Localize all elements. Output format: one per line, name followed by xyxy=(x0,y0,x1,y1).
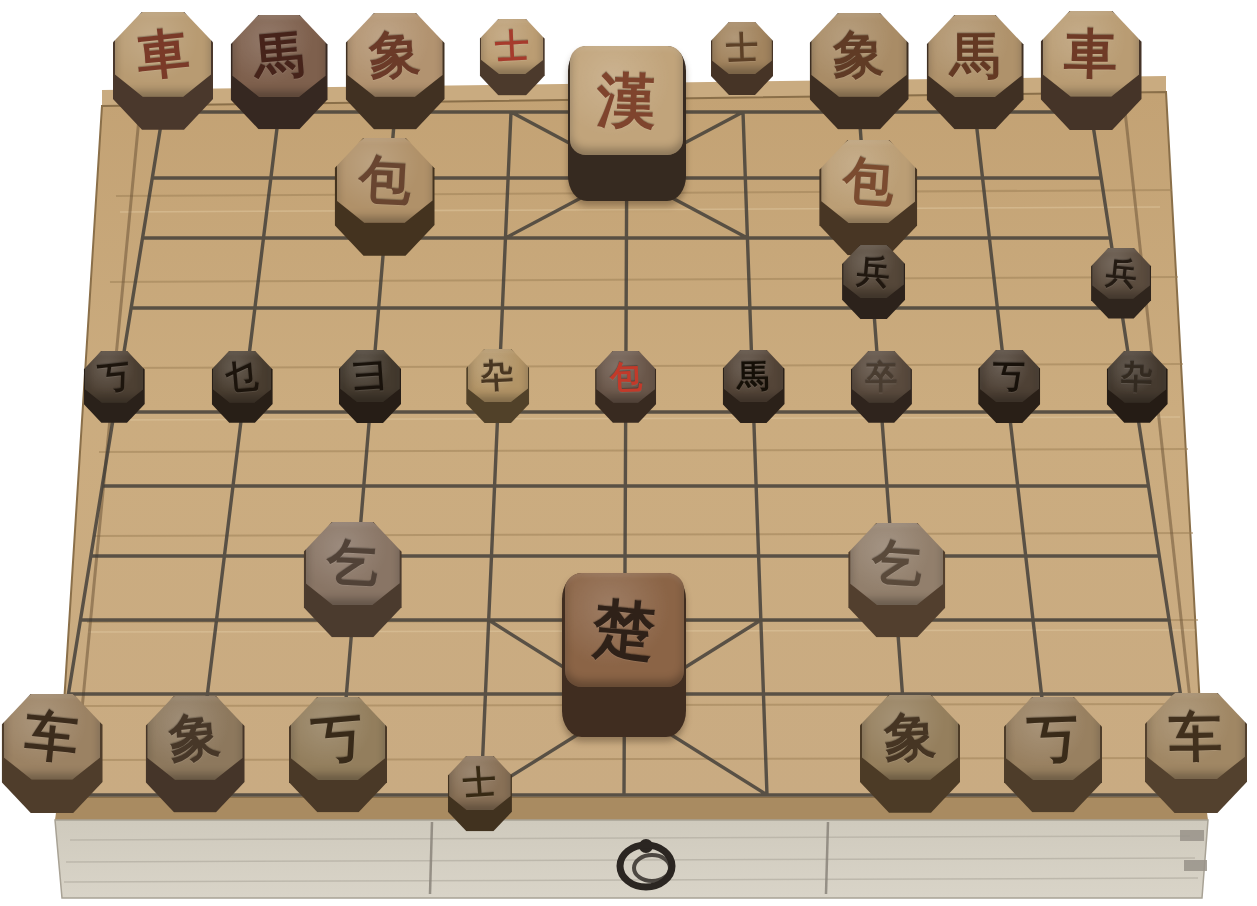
piece-cho-chariot-a10[interactable]: 车 xyxy=(2,694,103,813)
piece-cho-general-e9[interactable]: 楚 xyxy=(562,573,686,737)
piece-glyph-chariot: 车 xyxy=(23,707,81,765)
piece-cho-soldier-c5[interactable]: 彐 xyxy=(339,350,401,423)
piece-cho-soldier-i5[interactable]: 卆 xyxy=(1107,351,1168,423)
piece-glyph-cannon: 乞 xyxy=(870,537,923,590)
piece-glyph-general: 楚 xyxy=(591,597,658,664)
piece-cho-chariot-i10[interactable]: 车 xyxy=(1145,693,1247,813)
piece-glyph-guard: 士 xyxy=(494,29,530,65)
piece-top-face: 楚 xyxy=(565,573,684,688)
piece-glyph-elephant: 象 xyxy=(167,710,223,766)
piece-glyph-chariot: 车 xyxy=(1169,709,1223,763)
piece-han-soldier-i4[interactable]: 兵 xyxy=(1091,248,1151,319)
piece-cho-soldier-h5[interactable]: 丂 xyxy=(978,350,1040,423)
piece-glyph-horse: 馬 xyxy=(252,29,306,83)
piece-han-elephant-g1[interactable]: 象 xyxy=(810,13,909,130)
piece-cho-horse-c10[interactable]: 丂 xyxy=(289,697,387,813)
piece-glyph-soldier: 卒 xyxy=(865,361,897,393)
piece-glyph-elephant: 象 xyxy=(883,710,938,765)
piece-glyph-soldier: 乜 xyxy=(225,359,260,394)
piece-glyph-chariot: 車 xyxy=(1064,27,1118,81)
piece-glyph-cannon: 乞 xyxy=(326,536,380,590)
piece-glyph-cannon: 包 xyxy=(609,360,642,393)
piece-han-chariot-i1[interactable]: 車 xyxy=(1041,11,1142,130)
piece-cho-cannon-c8[interactable]: 乞 xyxy=(304,522,402,638)
piece-han-cannon-e5[interactable]: 包 xyxy=(595,351,656,423)
piece-han-elephant-c1[interactable]: 象 xyxy=(346,13,445,130)
piece-han-cannon-g3[interactable]: 包 xyxy=(819,140,917,256)
piece-glyph-guard: 士 xyxy=(462,765,497,800)
piece-han-guard-d1[interactable]: 士 xyxy=(480,19,545,96)
piece-glyph-soldier: 兵 xyxy=(856,254,892,290)
piece-glyph-horse: 馬 xyxy=(737,360,770,393)
piece-glyph-horse: 丂 xyxy=(1027,712,1080,765)
piece-glyph-soldier: 卆 xyxy=(480,358,515,393)
piece-glyph-horse: 丂 xyxy=(310,711,365,766)
piece-cho-guard-d10[interactable]: 士 xyxy=(448,756,512,832)
piece-top-face: 漢 xyxy=(570,46,683,155)
piece-han-general-e2[interactable]: 漢 xyxy=(568,46,686,202)
piece-han-cannon-c3[interactable]: 包 xyxy=(335,138,435,256)
piece-han-soldier-g4[interactable]: 兵 xyxy=(842,245,905,319)
piece-cho-soldier-a5[interactable]: 丂 xyxy=(84,351,145,423)
janggi-photo-stage: 車馬象士士象馬車漢包包兵兵丂乜彐卆包馬卒丂卆乞乞楚车象丂士象丂车 xyxy=(0,0,1257,906)
piece-cho-soldier-g5[interactable]: 卒 xyxy=(851,351,912,423)
piece-glyph-soldier: 兵 xyxy=(1104,256,1138,290)
piece-glyph-soldier: 卆 xyxy=(1121,360,1154,393)
piece-glyph-cannon: 包 xyxy=(357,153,412,208)
piece-glyph-elephant: 象 xyxy=(833,29,885,81)
piece-cho-horse-h10[interactable]: 丂 xyxy=(1004,697,1102,813)
piece-glyph-soldier: 彐 xyxy=(353,359,387,393)
piece-cho-elephant-g10[interactable]: 象 xyxy=(860,695,960,813)
piece-cho-cannon-g8[interactable]: 乞 xyxy=(848,523,945,638)
piece-han-chariot-a1[interactable]: 車 xyxy=(113,12,213,130)
piece-han-horse-h1[interactable]: 馬 xyxy=(927,15,1024,130)
piece-han-horse-b1[interactable]: 馬 xyxy=(231,15,328,130)
piece-cho-soldier-b5[interactable]: 乜 xyxy=(212,351,273,423)
piece-han-horse-f5[interactable]: 馬 xyxy=(723,350,785,423)
piece-glyph-soldier: 丂 xyxy=(993,360,1026,393)
piece-glyph-cannon: 包 xyxy=(841,154,895,208)
piece-glyph-chariot: 車 xyxy=(134,26,191,83)
piece-glyph-soldier: 丂 xyxy=(97,359,132,394)
piece-han-guard-f1[interactable]: 士 xyxy=(711,22,773,95)
piece-glyph-general: 漢 xyxy=(596,70,657,131)
piece-han-soldier-d5[interactable]: 卆 xyxy=(466,349,529,423)
piece-cho-elephant-b10[interactable]: 象 xyxy=(146,696,245,813)
piece-glyph-horse: 馬 xyxy=(950,31,1000,81)
piece-glyph-guard: 士 xyxy=(725,32,758,65)
piece-glyph-elephant: 象 xyxy=(368,28,422,82)
